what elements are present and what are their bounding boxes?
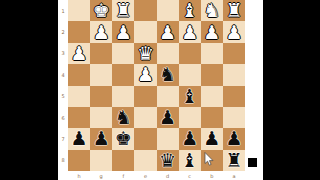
board-panel: 12345678 ♚♜♝♞♜♟♟♟♟♟♟♟♛♟♞♝♞♟♟♟♚♟♟♟♛♝♜ hgf…	[58, 0, 263, 180]
side-to-move-indicator	[248, 158, 257, 167]
square-c6[interactable]	[179, 107, 201, 128]
square-f5[interactable]	[112, 86, 134, 107]
square-h1[interactable]	[68, 0, 90, 21]
square-f2[interactable]: ♟	[112, 21, 134, 42]
white-rook-f1[interactable]: ♜	[115, 1, 132, 20]
rank-label-1: 1	[58, 0, 68, 21]
square-h6[interactable]	[68, 107, 90, 128]
rank-label-3: 3	[58, 43, 68, 64]
black-bishop-c8[interactable]: ♝	[181, 151, 198, 170]
black-queen-d8[interactable]: ♛	[159, 151, 176, 170]
square-a2[interactable]: ♟	[223, 21, 245, 42]
black-pawn-b7[interactable]: ♟	[203, 129, 220, 148]
square-h8[interactable]	[68, 150, 90, 171]
square-d8[interactable]: ♛	[157, 150, 179, 171]
file-label-g: g	[90, 171, 112, 180]
square-d6[interactable]: ♟	[157, 107, 179, 128]
square-b4[interactable]	[201, 64, 223, 85]
rank-label-6: 6	[58, 107, 68, 128]
square-g1[interactable]: ♚	[90, 0, 112, 21]
square-b6[interactable]	[201, 107, 223, 128]
square-a4[interactable]	[223, 64, 245, 85]
square-g2[interactable]: ♟	[90, 21, 112, 42]
square-f1[interactable]: ♜	[112, 0, 134, 21]
white-pawn-c2[interactable]: ♟	[181, 23, 198, 42]
square-d5[interactable]	[157, 86, 179, 107]
square-c4[interactable]	[179, 64, 201, 85]
file-label-f: f	[112, 171, 134, 180]
square-g7[interactable]: ♟	[90, 128, 112, 149]
square-c2[interactable]: ♟	[179, 21, 201, 42]
square-f7[interactable]: ♚	[112, 128, 134, 149]
black-pawn-a7[interactable]: ♟	[225, 129, 242, 148]
square-d2[interactable]: ♟	[157, 21, 179, 42]
white-pawn-b2[interactable]: ♟	[203, 23, 220, 42]
square-e1[interactable]	[134, 0, 156, 21]
file-label-b: b	[201, 171, 223, 180]
square-e6[interactable]	[134, 107, 156, 128]
square-f4[interactable]	[112, 64, 134, 85]
rank-label-8: 8	[58, 150, 68, 171]
square-b8[interactable]	[201, 150, 223, 171]
square-e7[interactable]	[134, 128, 156, 149]
square-a6[interactable]	[223, 107, 245, 128]
black-knight-d4[interactable]: ♞	[159, 65, 176, 84]
black-pawn-g7[interactable]: ♟	[93, 129, 110, 148]
file-label-h: h	[68, 171, 90, 180]
white-bishop-c1[interactable]: ♝	[181, 1, 198, 20]
square-a7[interactable]: ♟	[223, 128, 245, 149]
black-bishop-c5[interactable]: ♝	[181, 87, 198, 106]
white-pawn-e4[interactable]: ♟	[137, 65, 154, 84]
rank-labels: 12345678	[58, 0, 68, 171]
square-b2[interactable]: ♟	[201, 21, 223, 42]
square-d3[interactable]	[157, 43, 179, 64]
white-queen-e3[interactable]: ♛	[137, 44, 154, 63]
rank-label-4: 4	[58, 64, 68, 85]
rank-label-2: 2	[58, 21, 68, 42]
square-a3[interactable]	[223, 43, 245, 64]
square-h2[interactable]	[68, 21, 90, 42]
black-pawn-c7[interactable]: ♟	[181, 129, 198, 148]
square-a8[interactable]: ♜	[223, 150, 245, 171]
white-king-g1[interactable]: ♚	[93, 1, 110, 20]
square-c8[interactable]: ♝	[179, 150, 201, 171]
rank-label-5: 5	[58, 86, 68, 107]
white-pawn-a2[interactable]: ♟	[225, 23, 242, 42]
square-a1[interactable]: ♜	[223, 0, 245, 21]
black-knight-f6[interactable]: ♞	[115, 108, 132, 127]
square-f3[interactable]	[112, 43, 134, 64]
white-pawn-d2[interactable]: ♟	[159, 23, 176, 42]
rank-label-7: 7	[58, 128, 68, 149]
square-h3[interactable]: ♟	[68, 43, 90, 64]
square-f8[interactable]	[112, 150, 134, 171]
square-e3[interactable]: ♛	[134, 43, 156, 64]
square-c3[interactable]	[179, 43, 201, 64]
white-pawn-f2[interactable]: ♟	[115, 23, 132, 42]
square-e4[interactable]: ♟	[134, 64, 156, 85]
file-labels: hgfedcba	[68, 171, 245, 180]
square-b3[interactable]	[201, 43, 223, 64]
square-h5[interactable]	[68, 86, 90, 107]
square-f6[interactable]: ♞	[112, 107, 134, 128]
square-c5[interactable]: ♝	[179, 86, 201, 107]
square-d4[interactable]: ♞	[157, 64, 179, 85]
square-b1[interactable]: ♞	[201, 0, 223, 21]
square-g6[interactable]	[90, 107, 112, 128]
square-c7[interactable]: ♟	[179, 128, 201, 149]
chess-board[interactable]: ♚♜♝♞♜♟♟♟♟♟♟♟♛♟♞♝♞♟♟♟♚♟♟♟♛♝♜	[68, 0, 245, 171]
square-b5[interactable]	[201, 86, 223, 107]
square-g4[interactable]	[90, 64, 112, 85]
square-e8[interactable]	[134, 150, 156, 171]
file-label-d: d	[157, 171, 179, 180]
square-h4[interactable]	[68, 64, 90, 85]
square-d1[interactable]	[157, 0, 179, 21]
white-rook-a1[interactable]: ♜	[225, 1, 242, 20]
square-e2[interactable]	[134, 21, 156, 42]
square-a5[interactable]	[223, 86, 245, 107]
white-pawn-h3[interactable]: ♟	[71, 44, 88, 63]
white-knight-b1[interactable]: ♞	[203, 1, 220, 20]
black-rook-a8[interactable]: ♜	[225, 151, 242, 170]
square-g5[interactable]	[90, 86, 112, 107]
file-label-c: c	[179, 171, 201, 180]
white-pawn-g2[interactable]: ♟	[93, 23, 110, 42]
file-label-a: a	[223, 171, 245, 180]
square-e5[interactable]	[134, 86, 156, 107]
square-b7[interactable]: ♟	[201, 128, 223, 149]
square-g3[interactable]	[90, 43, 112, 64]
square-h7[interactable]: ♟	[68, 128, 90, 149]
square-d7[interactable]	[157, 128, 179, 149]
file-label-e: e	[134, 171, 156, 180]
black-king-f7[interactable]: ♚	[115, 129, 132, 148]
black-pawn-h7[interactable]: ♟	[71, 129, 88, 148]
square-g8[interactable]	[90, 150, 112, 171]
black-pawn-d6[interactable]: ♟	[159, 108, 176, 127]
square-c1[interactable]: ♝	[179, 0, 201, 21]
